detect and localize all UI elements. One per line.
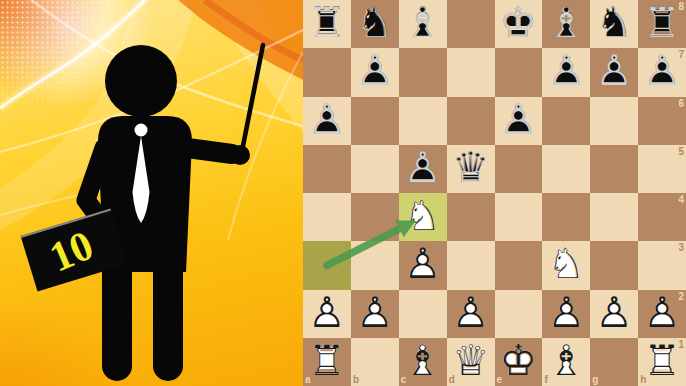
square-a7[interactable]: [303, 48, 351, 96]
piece-black-knight-g8: ♞♘: [590, 0, 638, 48]
square-f5[interactable]: [542, 145, 590, 193]
figure-right-arm: [180, 147, 232, 154]
left-art-panel: 10: [0, 0, 303, 386]
square-e4[interactable]: [495, 193, 543, 241]
file-label-c: c: [401, 375, 407, 385]
square-c2[interactable]: [399, 290, 447, 338]
square-h1[interactable]: ♜♖1h: [638, 338, 686, 386]
square-g5[interactable]: [590, 145, 638, 193]
piece-white-pawn-a2: ♟♙: [303, 290, 351, 338]
square-b4[interactable]: [351, 193, 399, 241]
square-a2[interactable]: ♟♙: [303, 290, 351, 338]
presenter-figure-art: 10: [0, 0, 303, 386]
file-label-a: a: [305, 375, 311, 385]
square-b2[interactable]: ♟♙: [351, 290, 399, 338]
piece-black-bishop-c8: ♝♗: [399, 0, 447, 48]
square-h8[interactable]: ♜♖8: [638, 0, 686, 48]
thumbnail: 10 ♜♖♞♘♝♗♚♔♝♗♞♘♜♖8♟♙♟♙♟♙♟♙7♟♙♟♙6♟♙♛♕5♞♘4…: [0, 0, 686, 386]
square-h4[interactable]: 4: [638, 193, 686, 241]
figure-head: [105, 45, 177, 117]
square-b8[interactable]: ♞♘: [351, 0, 399, 48]
square-g6[interactable]: [590, 97, 638, 145]
piece-white-knight-c4: ♞♘: [399, 193, 447, 241]
square-h2[interactable]: ♟♙2: [638, 290, 686, 338]
square-c6[interactable]: [399, 97, 447, 145]
square-a3[interactable]: [303, 241, 351, 289]
file-label-e: e: [497, 375, 503, 385]
file-label-h: h: [640, 375, 646, 385]
piece-black-rook-a8: ♜♖: [303, 0, 351, 48]
rank-label-5: 5: [678, 147, 684, 157]
square-b1[interactable]: b: [351, 338, 399, 386]
piece-white-knight-f3: ♞♘: [542, 241, 590, 289]
piece-black-pawn-e6: ♟♙: [495, 97, 543, 145]
piece-black-pawn-g7: ♟♙: [590, 48, 638, 96]
square-e1[interactable]: ♚♔e: [495, 338, 543, 386]
square-h6[interactable]: 6: [638, 97, 686, 145]
rank-label-6: 6: [678, 99, 684, 109]
file-label-b: b: [353, 375, 359, 385]
square-f4[interactable]: [542, 193, 590, 241]
piece-black-queen-d5: ♛♕: [447, 145, 495, 193]
piece-black-bishop-f8: ♝♗: [542, 0, 590, 48]
piece-black-knight-b8: ♞♘: [351, 0, 399, 48]
rank-label-2: 2: [678, 292, 684, 302]
square-f2[interactable]: ♟♙: [542, 290, 590, 338]
square-d2[interactable]: ♟♙: [447, 290, 495, 338]
square-c1[interactable]: ♝♗c: [399, 338, 447, 386]
piece-white-pawn-f2: ♟♙: [542, 290, 590, 338]
square-d3[interactable]: [447, 241, 495, 289]
square-b7[interactable]: ♟♙: [351, 48, 399, 96]
square-d7[interactable]: [447, 48, 495, 96]
square-a8[interactable]: ♜♖: [303, 0, 351, 48]
square-c3[interactable]: ♟♙: [399, 241, 447, 289]
square-g8[interactable]: ♞♘: [590, 0, 638, 48]
piece-white-bishop-f1: ♝♗: [542, 338, 590, 386]
rank-label-4: 4: [678, 195, 684, 205]
square-a4[interactable]: [303, 193, 351, 241]
square-e3[interactable]: [495, 241, 543, 289]
square-h3[interactable]: 3: [638, 241, 686, 289]
square-e7[interactable]: [495, 48, 543, 96]
rank-label-3: 3: [678, 243, 684, 253]
square-e2[interactable]: [495, 290, 543, 338]
rank-label-7: 7: [678, 50, 684, 60]
square-f8[interactable]: ♝♗: [542, 0, 590, 48]
tie-knot: [135, 124, 148, 137]
square-f6[interactable]: [542, 97, 590, 145]
piece-white-pawn-d2: ♟♙: [447, 290, 495, 338]
piece-white-pawn-g2: ♟♙: [590, 290, 638, 338]
square-g4[interactable]: [590, 193, 638, 241]
rank-label-1: 1: [678, 340, 684, 350]
square-f7[interactable]: ♟♙: [542, 48, 590, 96]
square-b3[interactable]: [351, 241, 399, 289]
piece-black-pawn-a6: ♟♙: [303, 97, 351, 145]
square-a1[interactable]: ♜♖a: [303, 338, 351, 386]
square-d5[interactable]: ♛♕: [447, 145, 495, 193]
square-b5[interactable]: [351, 145, 399, 193]
square-b6[interactable]: [351, 97, 399, 145]
square-d1[interactable]: ♛♕d: [447, 338, 495, 386]
piece-black-king-e8: ♚♔: [495, 0, 543, 48]
piece-white-pawn-c3: ♟♙: [399, 241, 447, 289]
square-d8[interactable]: [447, 0, 495, 48]
square-e6[interactable]: ♟♙: [495, 97, 543, 145]
square-d6[interactable]: [447, 97, 495, 145]
square-c5[interactable]: ♟♙: [399, 145, 447, 193]
square-a5[interactable]: [303, 145, 351, 193]
piece-black-pawn-f7: ♟♙: [542, 48, 590, 96]
square-g7[interactable]: ♟♙: [590, 48, 638, 96]
square-e8[interactable]: ♚♔: [495, 0, 543, 48]
square-c8[interactable]: ♝♗: [399, 0, 447, 48]
piece-black-pawn-c5: ♟♙: [399, 145, 447, 193]
presenter-figure: 10: [21, 45, 263, 366]
file-label-f: f: [544, 375, 547, 385]
piece-black-pawn-b7: ♟♙: [351, 48, 399, 96]
rank-label-8: 8: [678, 2, 684, 12]
square-f3[interactable]: ♞♘: [542, 241, 590, 289]
square-c7[interactable]: [399, 48, 447, 96]
file-label-d: d: [449, 375, 455, 385]
square-f1[interactable]: ♝♗f: [542, 338, 590, 386]
square-e5[interactable]: [495, 145, 543, 193]
square-g1[interactable]: g: [590, 338, 638, 386]
square-h5[interactable]: 5: [638, 145, 686, 193]
square-g3[interactable]: [590, 241, 638, 289]
square-a6[interactable]: ♟♙: [303, 97, 351, 145]
chess-board: ♜♖♞♘♝♗♚♔♝♗♞♘♜♖8♟♙♟♙♟♙♟♙7♟♙♟♙6♟♙♛♕5♞♘4♟♙♞…: [303, 0, 686, 386]
file-label-g: g: [592, 375, 598, 385]
piece-white-pawn-b2: ♟♙: [351, 290, 399, 338]
square-d4[interactable]: [447, 193, 495, 241]
square-c4[interactable]: ♞♘: [399, 193, 447, 241]
square-g2[interactable]: ♟♙: [590, 290, 638, 338]
square-h7[interactable]: ♟♙7: [638, 48, 686, 96]
